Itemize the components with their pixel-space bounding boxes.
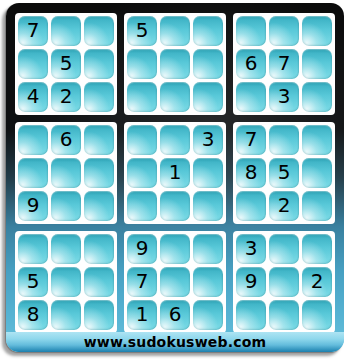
cell-r8c1[interactable]: 5 bbox=[18, 267, 48, 297]
cell-value: 2 bbox=[278, 195, 291, 215]
cell-r9c5[interactable]: 6 bbox=[160, 300, 190, 330]
cell-r8c6[interactable] bbox=[193, 267, 223, 297]
cell-r9c3[interactable] bbox=[84, 300, 114, 330]
cell-r1c5[interactable] bbox=[160, 16, 190, 46]
cell-r7c3[interactable] bbox=[84, 234, 114, 264]
page: 7542567369317852589716392 www.sudokusweb… bbox=[0, 0, 350, 360]
cell-r1c1[interactable]: 7 bbox=[18, 16, 48, 46]
cell-r1c7[interactable] bbox=[236, 16, 266, 46]
cell-r2c9[interactable] bbox=[302, 49, 332, 79]
cell-r8c9[interactable]: 2 bbox=[302, 267, 332, 297]
cell-value: 3 bbox=[278, 86, 291, 106]
cell-r8c2[interactable] bbox=[51, 267, 81, 297]
cell-r5c3[interactable] bbox=[84, 158, 114, 188]
cell-r3c1[interactable]: 4 bbox=[18, 82, 48, 112]
cell-r4c2[interactable]: 6 bbox=[51, 125, 81, 155]
cell-r3c9[interactable] bbox=[302, 82, 332, 112]
website-link[interactable]: www.sudokusweb.com bbox=[84, 334, 267, 350]
cell-value: 7 bbox=[136, 271, 149, 291]
cell-value: 5 bbox=[136, 20, 149, 40]
cell-r3c7[interactable] bbox=[236, 82, 266, 112]
cell-r5c1[interactable] bbox=[18, 158, 48, 188]
cell-value: 9 bbox=[245, 271, 258, 291]
cell-value: 8 bbox=[27, 304, 40, 324]
cell-r3c4[interactable] bbox=[127, 82, 157, 112]
cell-value: 8 bbox=[245, 162, 258, 182]
cell-r7c6[interactable] bbox=[193, 234, 223, 264]
cell-r9c6[interactable] bbox=[193, 300, 223, 330]
cell-value: 5 bbox=[60, 53, 73, 73]
box-r3c1: 58 bbox=[15, 231, 117, 333]
cell-r4c9[interactable] bbox=[302, 125, 332, 155]
cell-r5c2[interactable] bbox=[51, 158, 81, 188]
cell-r2c2[interactable]: 5 bbox=[51, 49, 81, 79]
cell-r1c4[interactable]: 5 bbox=[127, 16, 157, 46]
cell-value: 5 bbox=[278, 162, 291, 182]
cell-r2c1[interactable] bbox=[18, 49, 48, 79]
box-r1c3: 673 bbox=[233, 13, 335, 115]
box-r2c1: 69 bbox=[15, 122, 117, 224]
cell-value: 4 bbox=[27, 86, 40, 106]
cell-r4c6[interactable]: 3 bbox=[193, 125, 223, 155]
cell-r7c1[interactable] bbox=[18, 234, 48, 264]
cell-r8c3[interactable] bbox=[84, 267, 114, 297]
cell-r2c8[interactable]: 7 bbox=[269, 49, 299, 79]
cell-r3c2[interactable]: 2 bbox=[51, 82, 81, 112]
cell-r5c6[interactable] bbox=[193, 158, 223, 188]
cell-r3c8[interactable]: 3 bbox=[269, 82, 299, 112]
cell-value: 2 bbox=[311, 271, 324, 291]
cell-r1c8[interactable] bbox=[269, 16, 299, 46]
cell-value: 6 bbox=[60, 129, 73, 149]
cell-r8c5[interactable] bbox=[160, 267, 190, 297]
cell-r5c9[interactable] bbox=[302, 158, 332, 188]
cell-value: 5 bbox=[27, 271, 40, 291]
cell-r1c6[interactable] bbox=[193, 16, 223, 46]
cell-r7c9[interactable] bbox=[302, 234, 332, 264]
cell-r6c4[interactable] bbox=[127, 191, 157, 221]
cell-value: 9 bbox=[27, 195, 40, 215]
cell-value: 3 bbox=[245, 238, 258, 258]
cell-r4c8[interactable] bbox=[269, 125, 299, 155]
cell-r7c2[interactable] bbox=[51, 234, 81, 264]
cell-r9c9[interactable] bbox=[302, 300, 332, 330]
cell-r3c6[interactable] bbox=[193, 82, 223, 112]
cell-r1c9[interactable] bbox=[302, 16, 332, 46]
cell-r9c7[interactable] bbox=[236, 300, 266, 330]
cell-r4c1[interactable] bbox=[18, 125, 48, 155]
cell-r9c4[interactable]: 1 bbox=[127, 300, 157, 330]
box-r3c2: 9716 bbox=[124, 231, 226, 333]
cell-r6c8[interactable]: 2 bbox=[269, 191, 299, 221]
cell-r2c7[interactable]: 6 bbox=[236, 49, 266, 79]
cell-r4c3[interactable] bbox=[84, 125, 114, 155]
box-r2c2: 31 bbox=[124, 122, 226, 224]
cell-r2c6[interactable] bbox=[193, 49, 223, 79]
cell-value: 7 bbox=[278, 53, 291, 73]
cell-r7c5[interactable] bbox=[160, 234, 190, 264]
cell-r5c8[interactable]: 5 bbox=[269, 158, 299, 188]
cell-r8c4[interactable]: 7 bbox=[127, 267, 157, 297]
cell-r9c8[interactable] bbox=[269, 300, 299, 330]
footer-bar: www.sudokusweb.com bbox=[6, 332, 344, 352]
cell-value: 7 bbox=[27, 20, 40, 40]
cell-r6c9[interactable] bbox=[302, 191, 332, 221]
cell-r6c1[interactable]: 9 bbox=[18, 191, 48, 221]
cell-r3c3[interactable] bbox=[84, 82, 114, 112]
cell-r1c2[interactable] bbox=[51, 16, 81, 46]
cell-r5c4[interactable] bbox=[127, 158, 157, 188]
cell-r7c8[interactable] bbox=[269, 234, 299, 264]
cell-r2c3[interactable] bbox=[84, 49, 114, 79]
cell-r8c8[interactable] bbox=[269, 267, 299, 297]
box-r1c2: 5 bbox=[124, 13, 226, 115]
box-r2c3: 7852 bbox=[233, 122, 335, 224]
box-r1c1: 7542 bbox=[15, 13, 117, 115]
cell-value: 9 bbox=[136, 238, 149, 258]
cell-r4c4[interactable] bbox=[127, 125, 157, 155]
cell-r2c5[interactable] bbox=[160, 49, 190, 79]
cell-value: 1 bbox=[136, 304, 149, 324]
cell-value: 2 bbox=[60, 86, 73, 106]
cell-r4c7[interactable]: 7 bbox=[236, 125, 266, 155]
cell-r7c4[interactable]: 9 bbox=[127, 234, 157, 264]
cell-value: 6 bbox=[169, 304, 182, 324]
cell-r9c1[interactable]: 8 bbox=[18, 300, 48, 330]
cell-r3c5[interactable] bbox=[160, 82, 190, 112]
cell-r6c7[interactable] bbox=[236, 191, 266, 221]
cell-value: 6 bbox=[245, 53, 258, 73]
cell-value: 3 bbox=[202, 129, 215, 149]
cell-r5c5[interactable]: 1 bbox=[160, 158, 190, 188]
cell-r2c4[interactable] bbox=[127, 49, 157, 79]
cell-r9c2[interactable] bbox=[51, 300, 81, 330]
cell-value: 7 bbox=[245, 129, 258, 149]
cell-r8c7[interactable]: 9 bbox=[236, 267, 266, 297]
sudoku-board-panel: 7542567369317852589716392 www.sudokusweb… bbox=[6, 3, 344, 352]
cell-r5c7[interactable]: 8 bbox=[236, 158, 266, 188]
cell-r6c6[interactable] bbox=[193, 191, 223, 221]
cell-r4c5[interactable] bbox=[160, 125, 190, 155]
cell-r7c7[interactable]: 3 bbox=[236, 234, 266, 264]
cell-value: 1 bbox=[169, 162, 182, 182]
sudoku-grid: 7542567369317852589716392 bbox=[15, 13, 335, 333]
cell-r6c2[interactable] bbox=[51, 191, 81, 221]
cell-r6c5[interactable] bbox=[160, 191, 190, 221]
cell-r1c3[interactable] bbox=[84, 16, 114, 46]
cell-r6c3[interactable] bbox=[84, 191, 114, 221]
box-r3c3: 392 bbox=[233, 231, 335, 333]
